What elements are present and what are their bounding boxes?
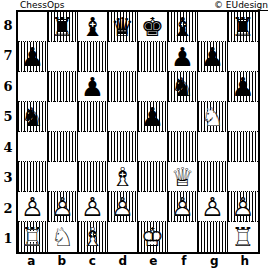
square-f7[interactable]: ♟ [168, 42, 198, 72]
black-king[interactable]: ♚ [138, 12, 167, 41]
square-e7[interactable] [138, 42, 168, 72]
square-g1[interactable] [198, 222, 228, 252]
square-b2[interactable]: ♟♙ [48, 192, 78, 222]
square-e6[interactable] [138, 72, 168, 102]
white-pawn[interactable]: ♙ [108, 192, 137, 221]
chess-board[interactable]: ♜♝♛♚♝♜♟♟♟♟♞♟♞♟♞♘♝♗♛♕♟♙♟♙♟♙♟♙♟♙♟♙♟♙♜♖♞♘♝♗… [16, 10, 260, 254]
file-label-c: c [77, 253, 108, 269]
square-e5[interactable]: ♟ [138, 102, 168, 132]
white-pawn[interactable]: ♙ [228, 192, 258, 221]
square-g2[interactable]: ♟♙ [198, 192, 228, 222]
black-knight[interactable]: ♞ [168, 72, 197, 101]
white-pawn[interactable]: ♙ [198, 192, 227, 221]
square-f4[interactable] [168, 132, 198, 162]
black-bishop[interactable]: ♝ [78, 12, 107, 41]
square-d8[interactable]: ♛ [108, 12, 138, 42]
square-f6[interactable]: ♞ [168, 72, 198, 102]
square-f5[interactable] [168, 102, 198, 132]
square-h2[interactable]: ♟♙ [228, 192, 258, 222]
rank-label-4: 4 [0, 132, 16, 163]
black-pawn[interactable]: ♟ [228, 72, 258, 101]
file-label-f: f [169, 253, 200, 269]
white-pawn-fill: ♟ [198, 192, 227, 221]
square-h3[interactable] [228, 162, 258, 192]
white-queen[interactable]: ♕ [168, 162, 197, 191]
chessops-window: ChessOps © EUdesign 87654321 ♜♝♛♚♝♜♟♟♟♟♞… [0, 0, 270, 270]
square-d7[interactable] [108, 42, 138, 72]
white-pawn-fill: ♟ [48, 192, 77, 221]
rank-label-8: 8 [0, 10, 16, 41]
square-c2[interactable]: ♟♙ [78, 192, 108, 222]
square-b7[interactable] [48, 42, 78, 72]
white-pawn-fill: ♟ [108, 192, 137, 221]
white-knight[interactable]: ♘ [198, 102, 227, 131]
white-bishop[interactable]: ♗ [108, 162, 137, 191]
square-g8[interactable] [198, 12, 228, 42]
square-c5[interactable] [78, 102, 108, 132]
square-f2[interactable]: ♟♙ [168, 192, 198, 222]
white-pawn[interactable]: ♙ [18, 192, 47, 221]
white-rook-fill: ♜ [228, 222, 258, 252]
black-bishop[interactable]: ♝ [168, 12, 197, 41]
square-h6[interactable]: ♟ [228, 72, 258, 102]
rank-label-6: 6 [0, 71, 16, 102]
square-g7[interactable]: ♟ [198, 42, 228, 72]
square-a5[interactable]: ♞ [18, 102, 48, 132]
file-label-h: h [230, 253, 261, 269]
square-e2[interactable] [138, 192, 168, 222]
white-knight-fill: ♞ [48, 222, 77, 252]
square-b8[interactable]: ♜ [48, 12, 78, 42]
square-e3[interactable] [138, 162, 168, 192]
white-pawn[interactable]: ♙ [168, 192, 197, 221]
white-rook[interactable]: ♖ [228, 222, 258, 252]
square-a4[interactable] [18, 132, 48, 162]
square-c3[interactable] [78, 162, 108, 192]
square-h5[interactable] [228, 102, 258, 132]
white-pawn-fill: ♟ [18, 192, 47, 221]
white-king-fill: ♚ [138, 222, 167, 252]
black-rook[interactable]: ♜ [48, 12, 77, 41]
square-b6[interactable] [48, 72, 78, 102]
white-rook-fill: ♜ [18, 222, 47, 252]
black-pawn[interactable]: ♟ [138, 102, 167, 131]
square-e1[interactable]: ♚♔ [138, 222, 168, 252]
rank-label-2: 2 [0, 193, 16, 224]
square-g6[interactable] [198, 72, 228, 102]
square-c1[interactable]: ♝♗ [78, 222, 108, 252]
square-c7[interactable] [78, 42, 108, 72]
square-c6[interactable]: ♟ [78, 72, 108, 102]
file-label-g: g [199, 253, 230, 269]
square-a1[interactable]: ♜♖ [18, 222, 48, 252]
square-a2[interactable]: ♟♙ [18, 192, 48, 222]
square-d2[interactable]: ♟♙ [108, 192, 138, 222]
white-bishop[interactable]: ♗ [78, 222, 107, 252]
square-d3[interactable]: ♝♗ [108, 162, 138, 192]
white-queen-fill: ♛ [168, 162, 197, 191]
file-label-e: e [138, 253, 169, 269]
square-f3[interactable]: ♛♕ [168, 162, 198, 192]
black-pawn[interactable]: ♟ [18, 42, 47, 71]
white-pawn-fill: ♟ [78, 192, 107, 221]
square-e4[interactable] [138, 132, 168, 162]
square-d5[interactable] [108, 102, 138, 132]
square-d1[interactable] [108, 222, 138, 252]
square-b3[interactable] [48, 162, 78, 192]
white-pawn[interactable]: ♙ [48, 192, 77, 221]
rank-labels: 87654321 [0, 10, 16, 254]
square-e8[interactable]: ♚ [138, 12, 168, 42]
square-a8[interactable] [18, 12, 48, 42]
white-knight-fill: ♞ [198, 102, 227, 131]
file-labels: abcdefgh [16, 253, 260, 269]
square-b5[interactable] [48, 102, 78, 132]
file-label-a: a [16, 253, 47, 269]
white-bishop-fill: ♝ [108, 162, 137, 191]
square-h4[interactable] [228, 132, 258, 162]
black-rook[interactable]: ♜ [228, 12, 258, 41]
rank-label-7: 7 [0, 41, 16, 72]
square-a7[interactable]: ♟ [18, 42, 48, 72]
rank-label-5: 5 [0, 102, 16, 133]
square-f1[interactable] [168, 222, 198, 252]
square-h1[interactable]: ♜♖ [228, 222, 258, 252]
white-pawn-fill: ♟ [228, 192, 258, 221]
square-h7[interactable] [228, 42, 258, 72]
file-label-d: d [108, 253, 139, 269]
white-king[interactable]: ♔ [138, 222, 167, 252]
black-pawn[interactable]: ♟ [168, 42, 197, 71]
square-a3[interactable] [18, 162, 48, 192]
square-g4[interactable] [198, 132, 228, 162]
black-queen[interactable]: ♛ [108, 12, 137, 41]
white-pawn-fill: ♟ [168, 192, 197, 221]
white-rook[interactable]: ♖ [18, 222, 47, 252]
square-c8[interactable]: ♝ [78, 12, 108, 42]
file-label-b: b [47, 253, 78, 269]
rank-label-3: 3 [0, 163, 16, 194]
square-g5[interactable]: ♞♘ [198, 102, 228, 132]
square-a6[interactable] [18, 72, 48, 102]
square-g3[interactable] [198, 162, 228, 192]
square-b1[interactable]: ♞♘ [48, 222, 78, 252]
black-pawn[interactable]: ♟ [198, 42, 227, 71]
square-d4[interactable] [108, 132, 138, 162]
white-knight[interactable]: ♘ [48, 222, 77, 252]
square-h8[interactable]: ♜ [228, 12, 258, 42]
black-knight[interactable]: ♞ [18, 102, 47, 131]
white-pawn[interactable]: ♙ [78, 192, 107, 221]
square-f8[interactable]: ♝ [168, 12, 198, 42]
white-bishop-fill: ♝ [78, 222, 107, 252]
square-b4[interactable] [48, 132, 78, 162]
square-c4[interactable] [78, 132, 108, 162]
square-d6[interactable] [108, 72, 138, 102]
black-pawn[interactable]: ♟ [78, 72, 107, 101]
rank-label-1: 1 [0, 224, 16, 255]
